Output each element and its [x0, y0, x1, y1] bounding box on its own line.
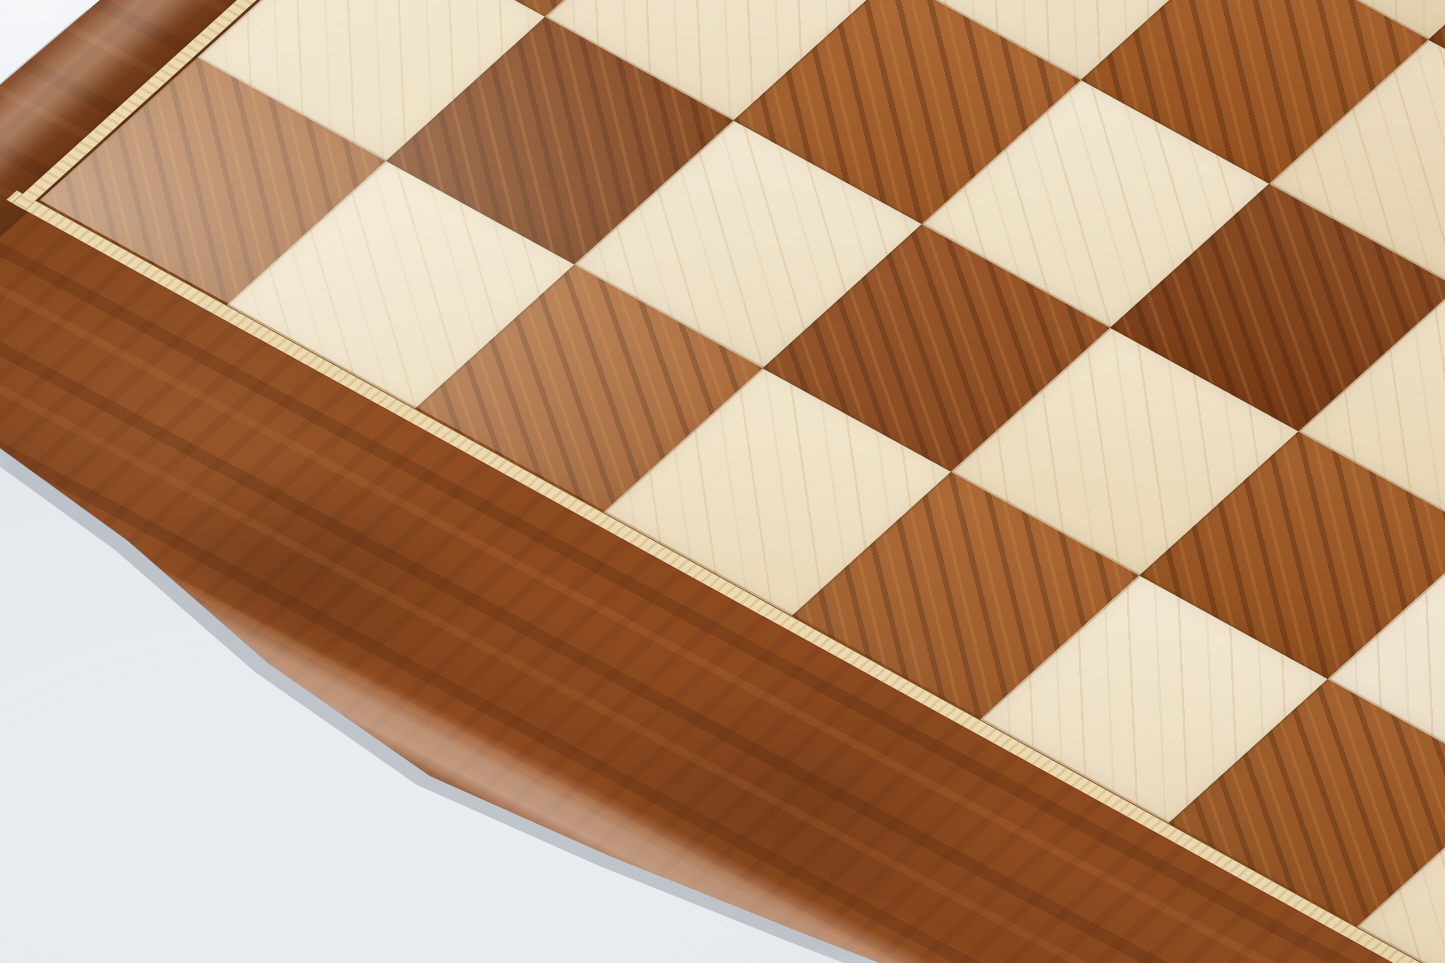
photo-canvas: { "game": "chess", "scene": { "descripti…	[0, 0, 1445, 963]
scene	[0, 0, 1445, 963]
